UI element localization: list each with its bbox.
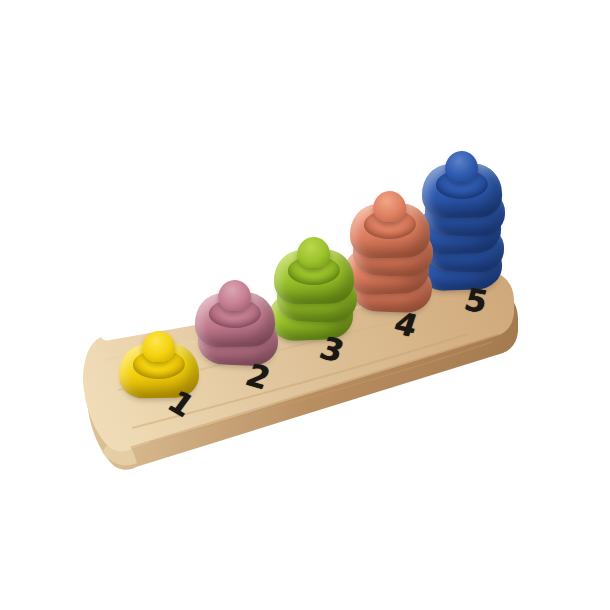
counting-ring-blue [422, 163, 503, 218]
peg-knob [373, 191, 407, 223]
peg-knob [297, 237, 331, 269]
counting-stacker-toy-photo: 1 2 3 4 5 [0, 0, 610, 610]
peg-stack-4 [348, 204, 432, 312]
peg-stack-2 [193, 293, 277, 365]
peg-knob [445, 151, 479, 183]
counting-ring-green [274, 249, 355, 304]
counting-ring-orange [350, 203, 431, 258]
peg-knob [142, 331, 176, 363]
peg-stack-3 [272, 250, 356, 340]
peg-stack-5 [420, 164, 504, 290]
peg-knob [218, 280, 252, 312]
counting-ring-pink [195, 292, 276, 347]
